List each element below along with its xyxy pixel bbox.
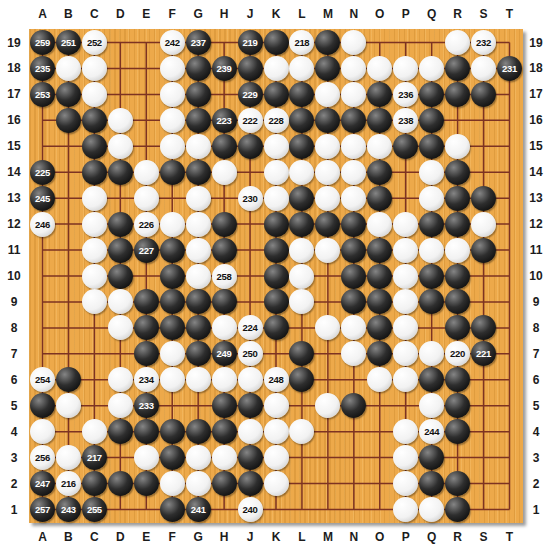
coord-label: A [31, 6, 55, 22]
white-stone [264, 186, 289, 211]
white-stone [315, 160, 340, 185]
white-stone [393, 264, 418, 289]
coord-label: 3 [2, 450, 26, 466]
black-stone [82, 471, 107, 496]
white-stone [341, 134, 366, 159]
white-stone [289, 264, 314, 289]
white-stone: 248 [264, 367, 289, 392]
black-stone [367, 238, 392, 263]
black-stone [160, 160, 185, 185]
black-stone [419, 108, 444, 133]
white-stone [264, 393, 289, 418]
white-stone: 230 [238, 186, 263, 211]
white-stone [82, 82, 107, 107]
move-number: 249 [217, 348, 232, 359]
coord-label: 15 [2, 138, 26, 154]
move-number: 216 [61, 478, 76, 489]
white-stone: 236 [393, 82, 418, 107]
black-stone [367, 108, 392, 133]
white-stone [289, 238, 314, 263]
coord-label: 14 [524, 164, 548, 180]
white-stone: 234 [134, 367, 159, 392]
black-stone [56, 82, 81, 107]
black-stone [82, 160, 107, 185]
white-stone [315, 186, 340, 211]
white-stone [367, 134, 392, 159]
move-number: 245 [35, 193, 50, 204]
black-stone [212, 134, 237, 159]
move-number: 258 [217, 271, 232, 282]
white-stone: 232 [471, 30, 496, 55]
white-stone [160, 134, 185, 159]
black-stone: 233 [134, 393, 159, 418]
move-number: 246 [35, 219, 50, 230]
black-stone [108, 419, 133, 444]
coord-label: 3 [524, 450, 548, 466]
white-stone [238, 419, 263, 444]
black-stone [134, 419, 159, 444]
white-stone [445, 30, 470, 55]
move-number: 229 [243, 89, 258, 100]
black-stone [238, 134, 263, 159]
black-stone [160, 497, 185, 522]
move-number: 232 [476, 37, 491, 48]
black-stone [186, 108, 211, 133]
black-stone [212, 212, 237, 237]
black-stone [108, 212, 133, 237]
coord-label: 8 [2, 320, 26, 336]
black-stone: 253 [30, 82, 55, 107]
coord-label: E [134, 529, 158, 545]
coord-label: P [394, 6, 418, 22]
white-stone [108, 367, 133, 392]
coord-label: 6 [524, 372, 548, 388]
move-number: 217 [87, 452, 102, 463]
black-stone: 243 [56, 497, 81, 522]
move-number: 247 [35, 478, 50, 489]
coord-label: 8 [524, 320, 548, 336]
black-stone [264, 238, 289, 263]
white-stone [445, 134, 470, 159]
white-stone: 240 [238, 497, 263, 522]
move-number: 237 [191, 37, 206, 48]
coord-label: K [264, 529, 288, 545]
white-stone [160, 367, 185, 392]
white-stone [186, 471, 211, 496]
black-stone [212, 238, 237, 263]
black-stone [186, 419, 211, 444]
black-stone [367, 160, 392, 185]
move-number: 224 [243, 322, 258, 333]
coord-label: 18 [524, 60, 548, 76]
white-stone [160, 56, 185, 81]
black-stone [160, 238, 185, 263]
move-number: 225 [35, 167, 50, 178]
white-stone: 228 [264, 108, 289, 133]
black-stone [264, 315, 289, 340]
move-number: 256 [35, 452, 50, 463]
black-stone [471, 82, 496, 107]
black-stone [445, 186, 470, 211]
white-stone [108, 108, 133, 133]
coord-label: F [160, 529, 184, 545]
white-stone [419, 238, 444, 263]
black-stone [445, 264, 470, 289]
coord-label: 1 [2, 502, 26, 518]
white-stone [341, 186, 366, 211]
black-stone [160, 264, 185, 289]
coord-label: 2 [2, 476, 26, 492]
white-stone: 226 [134, 212, 159, 237]
black-stone [264, 30, 289, 55]
black-stone [238, 471, 263, 496]
coord-label: Q [420, 6, 444, 22]
coord-label: 5 [524, 398, 548, 414]
coord-label: 11 [524, 242, 548, 258]
black-stone [341, 238, 366, 263]
move-number: 223 [217, 115, 232, 126]
coord-label: 5 [2, 398, 26, 414]
coord-label: B [56, 6, 80, 22]
black-stone [367, 264, 392, 289]
move-number: 221 [476, 348, 491, 359]
coord-label: J [238, 529, 262, 545]
coord-label: 7 [524, 346, 548, 362]
coord-label: Q [420, 529, 444, 545]
coord-label: 10 [2, 268, 26, 284]
black-stone [186, 315, 211, 340]
black-stone: 259 [30, 30, 55, 55]
white-stone: 258 [212, 264, 237, 289]
move-number: 259 [35, 37, 50, 48]
coord-label: S [472, 6, 496, 22]
black-stone: 249 [212, 341, 237, 366]
move-number: 230 [243, 193, 258, 204]
white-stone [445, 238, 470, 263]
move-number: 228 [269, 115, 284, 126]
move-number: 222 [243, 115, 258, 126]
coord-label: S [472, 529, 496, 545]
white-stone [264, 419, 289, 444]
white-stone [289, 160, 314, 185]
coord-label: T [498, 529, 522, 545]
black-stone: 231 [497, 56, 522, 81]
white-stone [212, 367, 237, 392]
white-stone [160, 108, 185, 133]
coord-label: C [82, 529, 106, 545]
white-stone: 238 [393, 108, 418, 133]
coord-label: 11 [2, 242, 26, 258]
coord-label: D [108, 529, 132, 545]
white-stone: 256 [30, 445, 55, 470]
black-stone: 255 [82, 497, 107, 522]
coord-label: 7 [2, 346, 26, 362]
move-number: 226 [139, 219, 154, 230]
black-stone [160, 289, 185, 314]
white-stone: 222 [238, 108, 263, 133]
white-stone [186, 367, 211, 392]
coord-label: T [498, 6, 522, 22]
black-stone [315, 212, 340, 237]
black-stone [108, 160, 133, 185]
move-number: 220 [450, 348, 465, 359]
move-number: 242 [165, 37, 180, 48]
black-stone [186, 56, 211, 81]
move-number: 238 [398, 115, 413, 126]
white-stone [82, 238, 107, 263]
coord-label: K [264, 6, 288, 22]
white-stone [471, 56, 496, 81]
black-stone: 217 [82, 445, 107, 470]
coord-label: R [446, 6, 470, 22]
white-stone: 242 [160, 30, 185, 55]
black-stone: 239 [212, 56, 237, 81]
black-stone [445, 82, 470, 107]
move-number: 243 [61, 504, 76, 515]
black-stone: 229 [238, 82, 263, 107]
black-stone [445, 497, 470, 522]
black-stone: 251 [56, 30, 81, 55]
move-number: 253 [35, 89, 50, 100]
black-stone: 245 [30, 186, 55, 211]
black-stone [108, 264, 133, 289]
move-number: 251 [61, 37, 76, 48]
white-stone [212, 160, 237, 185]
coord-label: O [368, 529, 392, 545]
coord-label: 6 [2, 372, 26, 388]
black-stone [212, 393, 237, 418]
coord-label: 16 [2, 112, 26, 128]
black-stone [212, 289, 237, 314]
white-stone [186, 186, 211, 211]
black-stone [471, 186, 496, 211]
coord-label: 9 [524, 294, 548, 310]
white-stone: 250 [238, 341, 263, 366]
black-stone: 227 [134, 238, 159, 263]
black-stone [341, 212, 366, 237]
coord-label: 19 [524, 35, 548, 51]
coord-label: B [56, 529, 80, 545]
white-stone [212, 445, 237, 470]
black-stone [419, 134, 444, 159]
black-stone [108, 238, 133, 263]
move-number: 227 [139, 245, 154, 256]
white-stone [419, 186, 444, 211]
white-stone [56, 56, 81, 81]
coord-label: 12 [524, 216, 548, 232]
white-stone [264, 160, 289, 185]
black-stone [264, 289, 289, 314]
coord-label: 4 [2, 424, 26, 440]
black-stone: 247 [30, 471, 55, 496]
coord-label: 10 [524, 268, 548, 284]
black-stone [160, 315, 185, 340]
black-stone [160, 445, 185, 470]
white-stone [82, 186, 107, 211]
black-stone: 241 [186, 497, 211, 522]
black-stone [393, 134, 418, 159]
black-stone [186, 341, 211, 366]
black-stone [419, 212, 444, 237]
white-stone: 252 [82, 30, 107, 55]
white-stone [82, 56, 107, 81]
white-stone [367, 212, 392, 237]
move-number: 233 [139, 400, 154, 411]
black-stone [238, 445, 263, 470]
white-stone [134, 160, 159, 185]
coord-label: 19 [2, 35, 26, 51]
black-stone [212, 419, 237, 444]
black-stone [82, 108, 107, 133]
black-stone: 219 [238, 30, 263, 55]
coord-label: 17 [2, 86, 26, 102]
coord-label: O [368, 6, 392, 22]
white-stone [108, 393, 133, 418]
coord-label: F [160, 6, 184, 22]
white-stone [186, 238, 211, 263]
move-number: 234 [139, 374, 154, 385]
black-stone [445, 160, 470, 185]
coord-label: E [134, 6, 158, 22]
black-stone [186, 160, 211, 185]
white-stone [160, 212, 185, 237]
go-kifu-page: 2592512522422372192182322352392312532292… [0, 0, 550, 550]
black-stone [82, 134, 107, 159]
move-number: 252 [87, 37, 102, 48]
move-number: 244 [424, 426, 439, 437]
coord-label: 17 [524, 86, 548, 102]
coord-label: L [290, 6, 314, 22]
coord-label: 16 [524, 112, 548, 128]
coord-label: N [342, 6, 366, 22]
white-stone [160, 82, 185, 107]
move-number: 239 [217, 63, 232, 74]
move-number: 235 [35, 63, 50, 74]
white-stone [186, 134, 211, 159]
black-stone [134, 341, 159, 366]
coord-label: A [31, 529, 55, 545]
coord-label: 13 [524, 190, 548, 206]
black-stone [186, 82, 211, 107]
coord-label: 12 [2, 216, 26, 232]
black-stone: 223 [212, 108, 237, 133]
white-stone [82, 419, 107, 444]
coord-label: 4 [524, 424, 548, 440]
white-stone [341, 160, 366, 185]
coord-label: M [316, 529, 340, 545]
white-stone [212, 315, 237, 340]
coord-label: 18 [2, 60, 26, 76]
white-stone [56, 393, 81, 418]
coord-label: R [446, 529, 470, 545]
coord-label: J [238, 6, 262, 22]
black-stone [341, 108, 366, 133]
black-stone [471, 238, 496, 263]
move-number: 257 [35, 504, 50, 515]
black-stone [212, 471, 237, 496]
white-stone [186, 264, 211, 289]
white-stone [56, 445, 81, 470]
white-stone [471, 212, 496, 237]
move-number: 248 [269, 374, 284, 385]
black-stone [134, 471, 159, 496]
black-stone [56, 108, 81, 133]
white-stone [315, 238, 340, 263]
black-stone [289, 186, 314, 211]
white-stone [393, 238, 418, 263]
move-number: 250 [243, 348, 258, 359]
move-number: 219 [243, 37, 258, 48]
white-stone [82, 264, 107, 289]
black-stone [238, 56, 263, 81]
black-stone [238, 393, 263, 418]
white-stone [393, 56, 418, 81]
white-stone [264, 134, 289, 159]
white-stone [264, 471, 289, 496]
black-stone [264, 82, 289, 107]
white-stone [160, 471, 185, 496]
black-stone [264, 264, 289, 289]
move-number: 231 [502, 63, 517, 74]
move-number: 218 [294, 37, 309, 48]
coord-label: C [82, 6, 106, 22]
coord-label: M [316, 6, 340, 22]
black-stone: 235 [30, 56, 55, 81]
white-stone [134, 445, 159, 470]
black-stone [186, 289, 211, 314]
black-stone [445, 212, 470, 237]
white-stone: 216 [56, 471, 81, 496]
white-stone: 224 [238, 315, 263, 340]
black-stone [419, 264, 444, 289]
move-number: 254 [35, 374, 50, 385]
coord-label: G [186, 6, 210, 22]
white-stone [134, 186, 159, 211]
white-stone [393, 212, 418, 237]
white-stone [186, 212, 211, 237]
coord-label: N [342, 529, 366, 545]
white-stone [186, 445, 211, 470]
black-stone [160, 419, 185, 444]
white-stone [419, 160, 444, 185]
coord-label: 14 [2, 164, 26, 180]
white-stone [108, 134, 133, 159]
white-stone [160, 341, 185, 366]
black-stone: 237 [186, 30, 211, 55]
coord-label: L [290, 529, 314, 545]
coord-label: 2 [524, 476, 548, 492]
black-stone [445, 56, 470, 81]
move-number: 255 [87, 504, 102, 515]
white-stone [264, 445, 289, 470]
move-number: 240 [243, 504, 258, 515]
coord-label: 13 [2, 190, 26, 206]
coord-label: G [186, 529, 210, 545]
white-stone [264, 56, 289, 81]
coord-label: H [212, 6, 236, 22]
move-number: 236 [398, 89, 413, 100]
coord-label: 9 [2, 294, 26, 310]
black-stone [367, 186, 392, 211]
black-stone [289, 212, 314, 237]
black-stone [419, 82, 444, 107]
black-stone [341, 264, 366, 289]
go-board[interactable]: 2592512522422372192182322352392312532292… [29, 29, 523, 523]
black-stone [108, 471, 133, 496]
coord-label: H [212, 529, 236, 545]
black-stone: 225 [30, 160, 55, 185]
black-stone: 257 [30, 497, 55, 522]
